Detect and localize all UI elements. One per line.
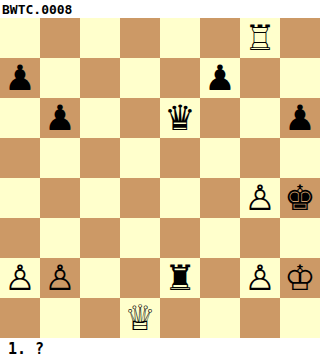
square-e3[interactable] xyxy=(160,218,200,258)
piece-white-pawn: ♙ xyxy=(44,258,75,298)
square-f1[interactable] xyxy=(200,298,240,338)
square-a8[interactable] xyxy=(0,18,40,58)
square-c7[interactable] xyxy=(80,58,120,98)
piece-black-pawn: ♟ xyxy=(44,98,75,138)
square-g5[interactable] xyxy=(240,138,280,178)
square-d5[interactable] xyxy=(120,138,160,178)
square-b7[interactable] xyxy=(40,58,80,98)
square-h6[interactable]: ♟ xyxy=(280,98,320,138)
title-bar: BWTC.0008 xyxy=(0,0,320,18)
square-e5[interactable] xyxy=(160,138,200,178)
square-e2[interactable]: ♜ xyxy=(160,258,200,298)
square-c1[interactable] xyxy=(80,298,120,338)
square-h2[interactable]: ♔ xyxy=(280,258,320,298)
square-f6[interactable] xyxy=(200,98,240,138)
square-e6[interactable]: ♛ xyxy=(160,98,200,138)
square-c4[interactable] xyxy=(80,178,120,218)
square-a6[interactable] xyxy=(0,98,40,138)
square-g6[interactable] xyxy=(240,98,280,138)
square-b4[interactable] xyxy=(40,178,80,218)
square-h7[interactable] xyxy=(280,58,320,98)
square-d4[interactable] xyxy=(120,178,160,218)
square-a4[interactable] xyxy=(0,178,40,218)
square-d8[interactable] xyxy=(120,18,160,58)
square-a7[interactable]: ♟ xyxy=(0,58,40,98)
square-h1[interactable] xyxy=(280,298,320,338)
square-h5[interactable] xyxy=(280,138,320,178)
square-c6[interactable] xyxy=(80,98,120,138)
square-h3[interactable] xyxy=(280,218,320,258)
square-g4[interactable]: ♙ xyxy=(240,178,280,218)
square-e1[interactable] xyxy=(160,298,200,338)
square-b1[interactable] xyxy=(40,298,80,338)
square-f3[interactable] xyxy=(200,218,240,258)
square-d2[interactable] xyxy=(120,258,160,298)
prompt-bar: 1. ? xyxy=(0,338,320,360)
square-b3[interactable] xyxy=(40,218,80,258)
move-prompt: 1. ? xyxy=(8,340,44,358)
piece-white-pawn: ♙ xyxy=(244,178,275,218)
piece-white-queen: ♕ xyxy=(124,298,155,338)
square-a2[interactable]: ♙ xyxy=(0,258,40,298)
square-f5[interactable] xyxy=(200,138,240,178)
square-c2[interactable] xyxy=(80,258,120,298)
square-g1[interactable] xyxy=(240,298,280,338)
square-g8[interactable]: ♖ xyxy=(240,18,280,58)
square-h4[interactable]: ♚ xyxy=(280,178,320,218)
square-e7[interactable] xyxy=(160,58,200,98)
square-b5[interactable] xyxy=(40,138,80,178)
square-d3[interactable] xyxy=(120,218,160,258)
chess-board: ♖♟♟♟♛♟♙♚♙♙♜♙♔♕ xyxy=(0,18,320,338)
piece-black-king: ♚ xyxy=(284,178,315,218)
square-g2[interactable]: ♙ xyxy=(240,258,280,298)
square-d1[interactable]: ♕ xyxy=(120,298,160,338)
square-c5[interactable] xyxy=(80,138,120,178)
piece-white-pawn: ♙ xyxy=(4,258,35,298)
chess-puzzle-window: BWTC.0008 ♖♟♟♟♛♟♙♚♙♙♜♙♔♕ 1. ? xyxy=(0,0,320,360)
square-f7[interactable]: ♟ xyxy=(200,58,240,98)
square-e4[interactable] xyxy=(160,178,200,218)
square-f2[interactable] xyxy=(200,258,240,298)
piece-white-king: ♔ xyxy=(284,258,315,298)
square-b8[interactable] xyxy=(40,18,80,58)
square-b2[interactable]: ♙ xyxy=(40,258,80,298)
piece-black-pawn: ♟ xyxy=(284,98,315,138)
square-a1[interactable] xyxy=(0,298,40,338)
puzzle-id-label: BWTC.0008 xyxy=(2,2,72,17)
square-d6[interactable] xyxy=(120,98,160,138)
piece-black-pawn: ♟ xyxy=(204,58,235,98)
piece-black-rook: ♜ xyxy=(164,258,195,298)
square-a5[interactable] xyxy=(0,138,40,178)
square-d7[interactable] xyxy=(120,58,160,98)
square-c3[interactable] xyxy=(80,218,120,258)
square-g7[interactable] xyxy=(240,58,280,98)
square-h8[interactable] xyxy=(280,18,320,58)
piece-black-pawn: ♟ xyxy=(4,58,35,98)
square-c8[interactable] xyxy=(80,18,120,58)
piece-white-rook: ♖ xyxy=(244,18,275,58)
square-g3[interactable] xyxy=(240,218,280,258)
square-f8[interactable] xyxy=(200,18,240,58)
square-b6[interactable]: ♟ xyxy=(40,98,80,138)
square-e8[interactable] xyxy=(160,18,200,58)
square-a3[interactable] xyxy=(0,218,40,258)
piece-black-queen: ♛ xyxy=(164,98,195,138)
piece-white-pawn: ♙ xyxy=(244,258,275,298)
square-f4[interactable] xyxy=(200,178,240,218)
